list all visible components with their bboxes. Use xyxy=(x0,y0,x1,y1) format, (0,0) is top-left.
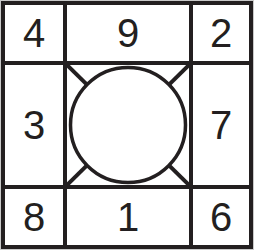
cell-value: 9 xyxy=(117,13,139,53)
cell-r2c2-center[interactable] xyxy=(67,65,189,185)
cell-r3c2: 1 xyxy=(67,189,189,245)
cell-value: 7 xyxy=(210,105,232,145)
empty-circle-icon xyxy=(67,65,189,185)
cell-r3c1: 8 xyxy=(5,189,63,245)
cell-value: 4 xyxy=(23,13,45,53)
cell-r1c3: 2 xyxy=(193,5,249,61)
cell-value: 2 xyxy=(210,13,232,53)
cell-r2c1: 3 xyxy=(5,65,63,185)
cell-value: 3 xyxy=(23,105,45,145)
cell-r3c3: 6 xyxy=(193,189,249,245)
cell-value: 8 xyxy=(23,197,45,237)
cell-r1c2: 9 xyxy=(67,5,189,61)
cell-value: 1 xyxy=(117,197,139,237)
magic-square-board: 4 9 2 3 7 8 1 6 xyxy=(1,1,253,249)
cell-r1c1: 4 xyxy=(5,5,63,61)
puzzle-canvas: 4 9 2 3 7 8 1 6 xyxy=(0,0,254,250)
cell-r2c3: 7 xyxy=(193,65,249,185)
cell-value: 6 xyxy=(210,197,232,237)
